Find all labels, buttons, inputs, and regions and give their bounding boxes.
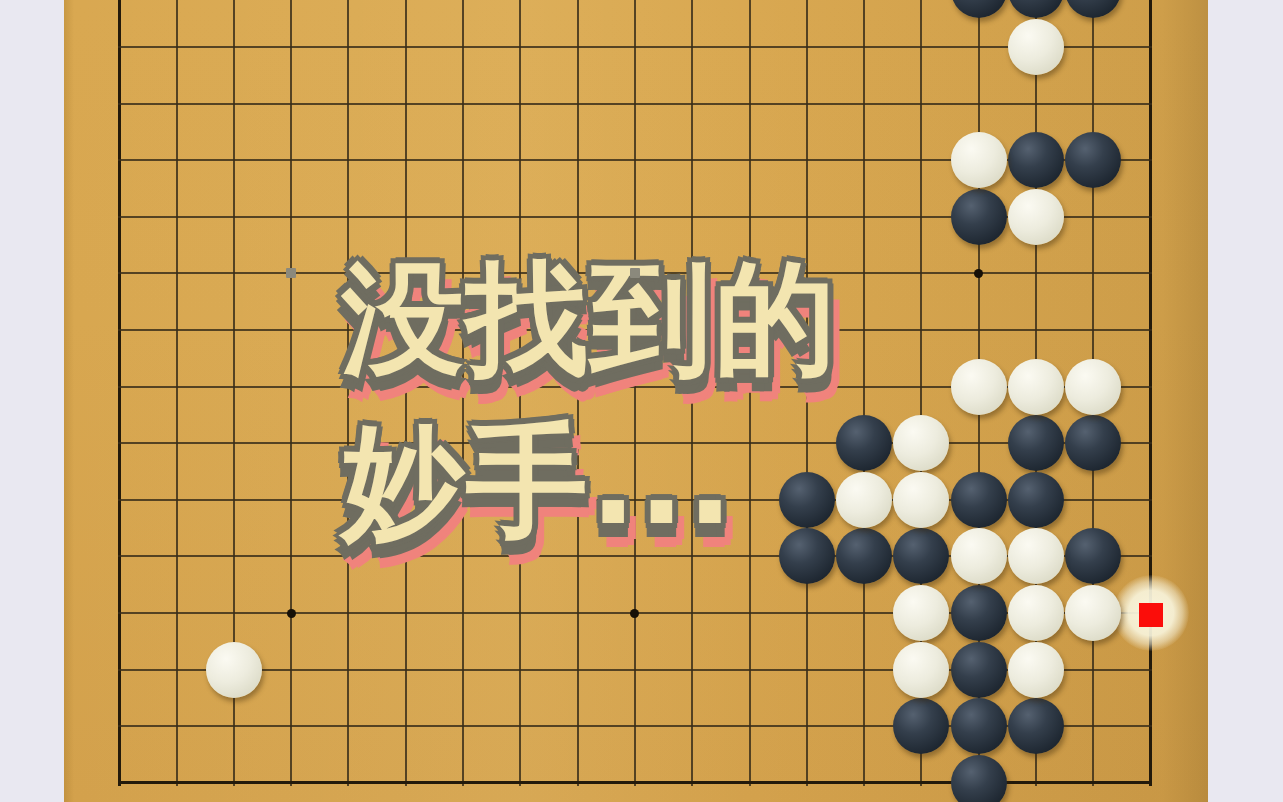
black-stone-n5 — [779, 528, 835, 584]
black-stone-o7 — [836, 415, 892, 471]
black-stone-r2 — [1008, 698, 1064, 754]
white-stone-q12 — [951, 132, 1007, 188]
white-stone-o6 — [836, 472, 892, 528]
white-stone-s4 — [1065, 585, 1121, 641]
black-stone-q4 — [951, 585, 1007, 641]
white-stone-r4 — [1008, 585, 1064, 641]
black-stone-p5 — [893, 528, 949, 584]
white-stone-r14 — [1008, 19, 1064, 75]
black-stone-q3 — [951, 642, 1007, 698]
white-stone-p7 — [893, 415, 949, 471]
go-board[interactable]: 没找到的 妙手... — [64, 0, 1208, 802]
black-stone-p2 — [893, 698, 949, 754]
star-point-k4 — [630, 609, 639, 618]
black-stone-r12 — [1008, 132, 1064, 188]
black-stone-s15 — [1065, 0, 1121, 18]
black-stone-q1 — [951, 755, 1007, 802]
star-point-d10 — [286, 268, 296, 278]
white-stone-s8 — [1065, 359, 1121, 415]
grid-horizontal-line — [118, 46, 1152, 48]
caption-line-2: 妙手... — [342, 420, 735, 542]
black-stone-q11 — [951, 189, 1007, 245]
last-move-red-square-marker — [1139, 603, 1163, 627]
black-stone-r7 — [1008, 415, 1064, 471]
white-stone-q8 — [951, 359, 1007, 415]
black-stone-q6 — [951, 472, 1007, 528]
white-stone-r11 — [1008, 189, 1064, 245]
black-stone-r15 — [1008, 0, 1064, 18]
white-stone-p3 — [893, 642, 949, 698]
grid-horizontal-line — [118, 103, 1152, 105]
white-stone-c3 — [206, 642, 262, 698]
black-stone-q2 — [951, 698, 1007, 754]
white-stone-q5 — [951, 528, 1007, 584]
star-point-k10 — [630, 268, 640, 278]
black-stone-o5 — [836, 528, 892, 584]
white-stone-p4 — [893, 585, 949, 641]
white-stone-p6 — [893, 472, 949, 528]
white-stone-r8 — [1008, 359, 1064, 415]
star-point-d4 — [287, 609, 296, 618]
black-stone-s12 — [1065, 132, 1121, 188]
black-stone-n6 — [779, 472, 835, 528]
black-stone-q15 — [951, 0, 1007, 18]
star-point-q10 — [974, 269, 983, 278]
screenshot-root: 没找到的 妙手... — [0, 0, 1283, 802]
white-stone-r5 — [1008, 528, 1064, 584]
black-stone-s7 — [1065, 415, 1121, 471]
black-stone-s5 — [1065, 528, 1121, 584]
black-stone-r6 — [1008, 472, 1064, 528]
white-stone-r3 — [1008, 642, 1064, 698]
caption-line-1: 没找到的 — [342, 258, 838, 380]
